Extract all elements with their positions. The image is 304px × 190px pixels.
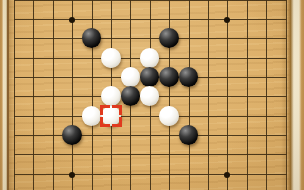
board-cell[interactable] [82, 107, 101, 126]
star-point [224, 172, 230, 178]
white-stone [101, 48, 120, 68]
board-cell[interactable] [101, 107, 120, 126]
white-stone [140, 48, 159, 68]
board-cell[interactable] [218, 165, 237, 184]
board-cell[interactable] [140, 49, 159, 68]
board-cell[interactable] [159, 29, 178, 48]
board-cell[interactable] [140, 68, 159, 87]
star-point [69, 172, 75, 178]
black-stone [62, 125, 81, 145]
last-move-marker [100, 105, 122, 127]
black-stone [179, 125, 198, 145]
board-cell[interactable] [179, 126, 198, 145]
black-stone [159, 28, 178, 48]
black-stone [140, 67, 159, 87]
white-stone [101, 86, 120, 106]
board-cell[interactable] [179, 68, 198, 87]
white-stone [121, 67, 140, 87]
board-cell[interactable] [121, 88, 140, 107]
board-cell[interactable] [218, 10, 237, 29]
black-stone [121, 86, 140, 106]
board-cell[interactable] [101, 49, 120, 68]
board-cell[interactable] [159, 68, 178, 87]
board-grid[interactable] [4, 0, 295, 190]
board-cell[interactable] [140, 88, 159, 107]
marker-corner-bl [100, 117, 110, 127]
star-point [69, 17, 75, 23]
board-cell[interactable] [159, 107, 178, 126]
marker-corner-br [112, 117, 122, 127]
white-stone [159, 106, 178, 126]
marker-corner-tl [100, 105, 110, 115]
white-stone [82, 106, 101, 126]
black-stone [179, 67, 198, 87]
star-point [224, 17, 230, 23]
board-cell[interactable] [62, 10, 81, 29]
board-cell[interactable] [62, 126, 81, 145]
white-stone [140, 86, 159, 106]
gomoku-board-screenshot [0, 0, 304, 190]
board-cell[interactable] [121, 68, 140, 87]
board-cell[interactable] [82, 29, 101, 48]
black-stone [82, 28, 101, 48]
board-cell[interactable] [62, 165, 81, 184]
board-frame-left [0, 0, 9, 190]
board-frame-right [287, 0, 304, 190]
marker-corner-tr [112, 105, 122, 115]
black-stone [159, 67, 178, 87]
